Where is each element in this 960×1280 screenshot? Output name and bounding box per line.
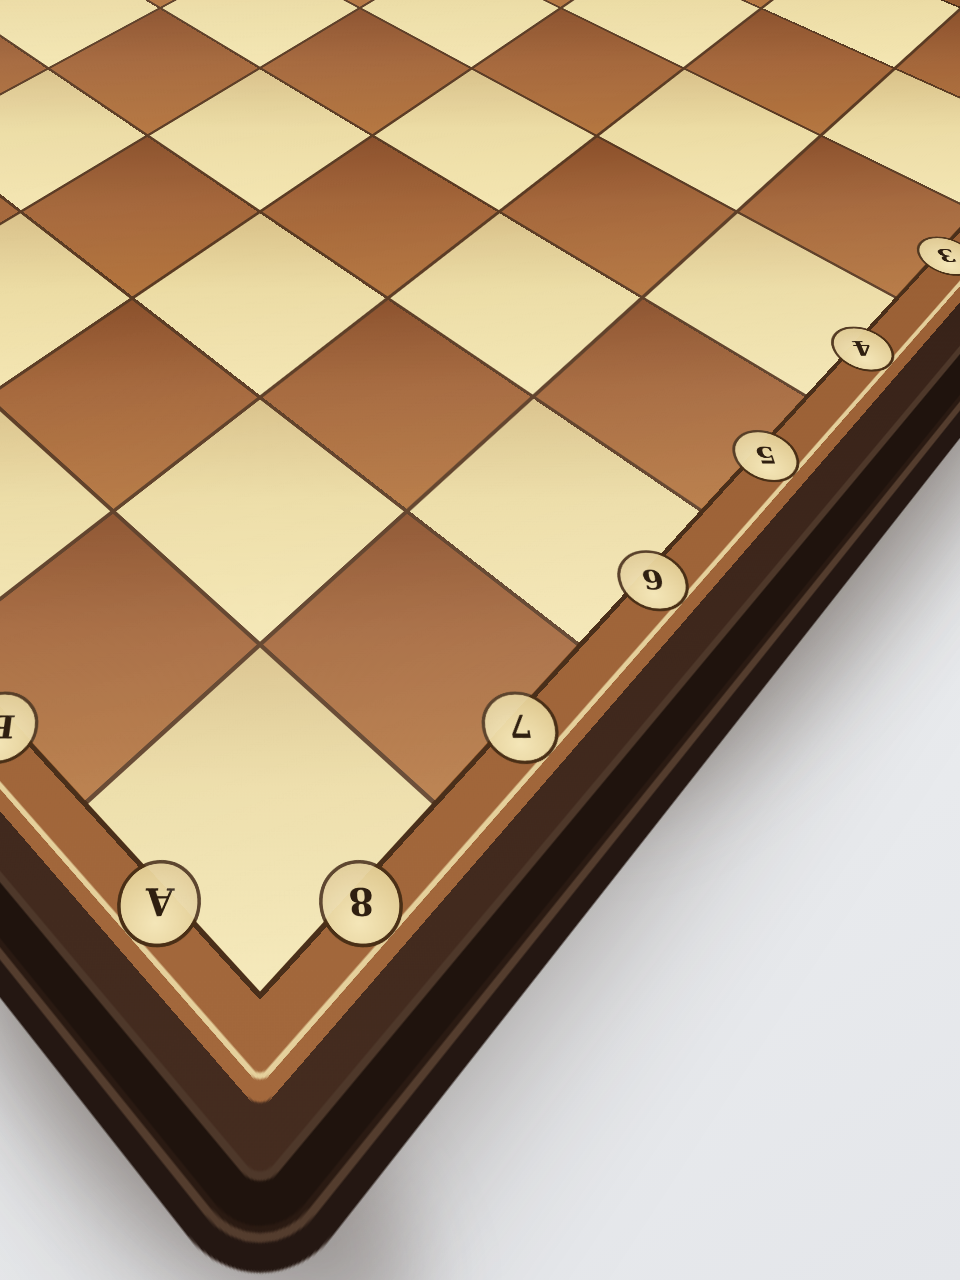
rank-label-7-text: 7 (506, 708, 535, 746)
piece-black-pawn-a2[interactable]: ♟ (818, 0, 960, 133)
file-label-a-text: A (144, 880, 175, 925)
photo-scene: { "game": "chess", "view": { "camera": "… (0, 0, 960, 1280)
rank-label-6-text: 6 (639, 564, 668, 596)
file-label-b-text: B (0, 708, 17, 746)
piece-white-rook-a8[interactable]: ♜ (78, 315, 443, 801)
rank-label-8-text: 8 (347, 880, 375, 925)
